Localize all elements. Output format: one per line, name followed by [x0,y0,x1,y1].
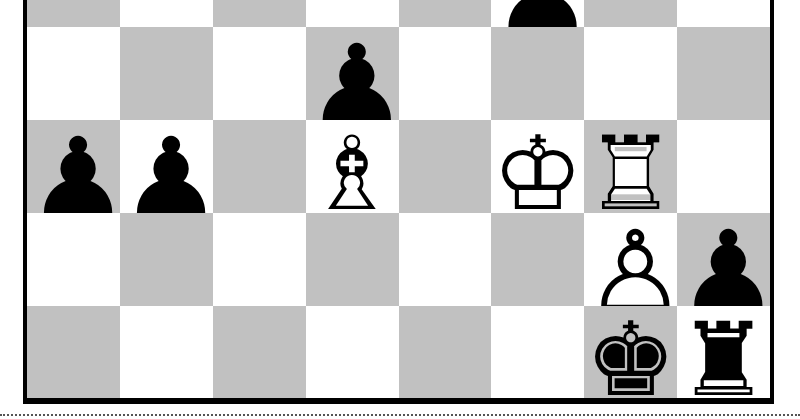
square-h4 [677,27,770,120]
page-separator-dotted-line [0,414,800,416]
square-b1 [120,306,213,399]
square-e1 [399,306,492,399]
chess-board: ♟♟♟♟♝♗♚♔♜♖♟♙♟♚♜ [23,0,774,404]
square-b2 [120,213,213,306]
square-g4 [584,27,677,120]
black-king-g1: ♚ [584,309,677,402]
square-a4 [27,27,120,120]
black-pawn-f5: ♟ [491,0,584,30]
square-d1 [306,306,399,399]
square-c4 [213,27,306,120]
square-h5 [677,0,770,27]
board-grid: ♟♟♟♟♝♗♚♔♜♖♟♙♟♚♜ [27,0,770,398]
square-f2 [491,213,584,306]
square-f3: ♚♔ [491,120,584,213]
square-a5 [27,0,120,27]
square-e2 [399,213,492,306]
square-c2 [213,213,306,306]
square-d3: ♝♗ [306,120,399,213]
square-c3 [213,120,306,213]
square-e4 [399,27,492,120]
white-bishop-d3: ♝♗ [306,123,399,216]
black-pawn-d4: ♟ [306,30,399,123]
white-rook-g3: ♜♖ [584,123,677,216]
square-g1: ♚ [584,306,677,399]
square-c1 [213,306,306,399]
square-c5 [213,0,306,27]
square-g3: ♜♖ [584,120,677,213]
square-e5 [399,0,492,27]
square-h2: ♟ [677,213,770,306]
square-f1 [491,306,584,399]
square-a3: ♟ [27,120,120,213]
square-a1 [27,306,120,399]
square-b3: ♟ [120,120,213,213]
square-h3 [677,120,770,213]
square-b5 [120,0,213,27]
square-b4 [120,27,213,120]
black-pawn-h2: ♟ [677,216,770,309]
square-g2: ♟♙ [584,213,677,306]
square-a2 [27,213,120,306]
square-h1: ♜ [677,306,770,399]
square-f5: ♟ [491,0,584,27]
white-king-f3: ♚♔ [491,123,584,216]
black-pawn-b3: ♟ [120,123,213,216]
black-rook-h1: ♜ [677,309,770,402]
square-f4 [491,27,584,120]
square-g5 [584,0,677,27]
black-pawn-a3: ♟ [27,123,120,216]
square-d2 [306,213,399,306]
square-d4: ♟ [306,27,399,120]
square-e3 [399,120,492,213]
white-pawn-g2: ♟♙ [584,216,677,309]
